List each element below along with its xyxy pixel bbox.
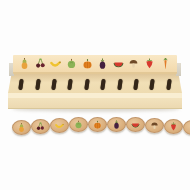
picture-back-panel (13, 55, 177, 74)
disc-pumpkin[interactable] (88, 117, 107, 132)
eggplant-icon (97, 57, 108, 70)
disc-cherries[interactable] (31, 119, 50, 134)
pumpkin-icon (82, 57, 93, 70)
lid-slot-7[interactable] (117, 78, 122, 89)
lid-slot-1[interactable] (18, 78, 23, 89)
banana-icon (50, 57, 61, 70)
sorting-disc-row (12, 113, 182, 135)
disc-watermelon[interactable] (126, 117, 145, 132)
watermelon-icon (113, 57, 124, 70)
eggplant-icon (112, 119, 121, 130)
disc-carrot[interactable] (183, 120, 190, 135)
lid-slot-2[interactable] (35, 78, 40, 89)
watermelon-icon (131, 119, 140, 130)
lid-slot-5[interactable] (84, 78, 89, 89)
disc-banana[interactable] (50, 118, 69, 133)
green-apple-icon (66, 57, 77, 70)
lid-slot-4[interactable] (68, 78, 73, 89)
pear-icon (19, 57, 30, 70)
carrot-icon (160, 57, 171, 70)
pumpkin-icon (93, 119, 102, 130)
disc-pear[interactable] (12, 120, 31, 135)
green-apple-icon (74, 119, 83, 130)
carrot-icon (188, 122, 190, 133)
lid-slot-9[interactable] (150, 78, 155, 89)
strawberry-icon (144, 57, 155, 70)
lid-slot-6[interactable] (100, 78, 105, 89)
sorting-box-photo (0, 0, 190, 190)
disc-mushroom[interactable] (145, 118, 164, 133)
banana-icon (55, 120, 64, 131)
lid-slot-8[interactable] (133, 78, 138, 89)
mushroom-icon (150, 120, 159, 131)
disc-green-apple[interactable] (69, 117, 88, 132)
strawberry-icon (169, 121, 178, 132)
cherries-icon (36, 121, 45, 132)
pear-icon (17, 122, 26, 133)
box-front (8, 93, 182, 109)
lid-slot-10[interactable] (166, 78, 171, 89)
mushroom-icon (128, 57, 139, 70)
cherries-icon (35, 57, 46, 70)
lid-slot-row (13, 77, 177, 91)
disc-strawberry[interactable] (164, 119, 183, 134)
disc-eggplant[interactable] (107, 117, 126, 132)
lid-slot-3[interactable] (51, 78, 56, 89)
